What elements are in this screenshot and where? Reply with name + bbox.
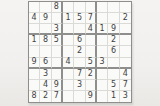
cell-r6c1: 9 — [29, 58, 40, 69]
cell-r9c8: 1 — [108, 91, 119, 102]
cell-r2c4: 1 — [63, 13, 74, 24]
cell-r4c1: 1 — [29, 35, 40, 46]
cell-r7c9: 4 — [120, 69, 131, 80]
cell-r9c4[interactable] — [63, 91, 74, 102]
cell-r8c1[interactable] — [29, 80, 40, 91]
cell-r7c2: 3 — [40, 69, 51, 80]
cell-r7c4[interactable] — [63, 69, 74, 80]
cell-r5c8: 6 — [108, 46, 119, 57]
cell-r5c3[interactable] — [52, 46, 63, 57]
cell-r5c2[interactable] — [40, 46, 51, 57]
cell-r8c2: 4 — [40, 80, 51, 91]
cell-r3c9[interactable] — [120, 24, 131, 35]
cell-r2c6: 7 — [86, 13, 97, 24]
cell-r3c5[interactable] — [74, 24, 85, 35]
cell-r2c7[interactable] — [97, 13, 108, 24]
sudoku-board: 84915723419185622696453372449357827913 — [28, 1, 132, 103]
cell-r8c7[interactable] — [97, 80, 108, 91]
cell-r5c5: 2 — [74, 46, 85, 57]
cell-r6c5[interactable] — [74, 58, 85, 69]
cell-r8c5: 3 — [74, 80, 85, 91]
cell-r6c3[interactable] — [52, 58, 63, 69]
cell-r3c4[interactable] — [63, 24, 74, 35]
page-background: 84915723419185622696453372449357827913 — [0, 0, 160, 106]
cell-r1c5[interactable] — [74, 2, 85, 13]
cell-r4c5: 6 — [74, 35, 85, 46]
cell-r4c3: 5 — [52, 35, 63, 46]
cell-r7c3[interactable] — [52, 69, 63, 80]
cell-r9c7[interactable] — [97, 91, 108, 102]
cell-r1c7[interactable] — [97, 2, 108, 13]
cell-r5c6[interactable] — [86, 46, 97, 57]
cell-r1c6[interactable] — [86, 2, 97, 13]
cell-r1c2[interactable] — [40, 2, 51, 13]
cell-r6c6: 5 — [86, 58, 97, 69]
cell-r6c2: 6 — [40, 58, 51, 69]
cell-r4c8: 2 — [108, 35, 119, 46]
cell-r8c9: 7 — [120, 80, 131, 91]
cell-r2c1: 4 — [29, 13, 40, 24]
cell-r6c7: 3 — [97, 58, 108, 69]
cell-r1c9[interactable] — [120, 2, 131, 13]
cell-r2c3[interactable] — [52, 13, 63, 24]
cell-r8c4[interactable] — [63, 80, 74, 91]
cell-r5c9[interactable] — [120, 46, 131, 57]
cell-r3c1[interactable] — [29, 24, 40, 35]
cell-r1c8[interactable] — [108, 2, 119, 13]
cell-r3c8: 9 — [108, 24, 119, 35]
cell-r3c6: 4 — [86, 24, 97, 35]
cell-r6c4: 4 — [63, 58, 74, 69]
cell-r5c7[interactable] — [97, 46, 108, 57]
cell-r3c7: 1 — [97, 24, 108, 35]
cell-r8c6[interactable] — [86, 80, 97, 91]
cell-r8c3: 9 — [52, 80, 63, 91]
cell-r6c8[interactable] — [108, 58, 119, 69]
cell-r7c5: 7 — [74, 69, 85, 80]
cell-r4c9[interactable] — [120, 35, 131, 46]
cell-r7c1[interactable] — [29, 69, 40, 80]
cell-r3c2[interactable] — [40, 24, 51, 35]
cell-r4c7[interactable] — [97, 35, 108, 46]
cell-r7c6: 2 — [86, 69, 97, 80]
cell-r9c3: 7 — [52, 91, 63, 102]
cell-r2c9: 2 — [120, 13, 131, 24]
cell-r9c1: 8 — [29, 91, 40, 102]
cell-r3c3: 3 — [52, 24, 63, 35]
cell-r2c2: 9 — [40, 13, 51, 24]
cell-r9c5[interactable] — [74, 91, 85, 102]
cell-r7c8[interactable] — [108, 69, 119, 80]
cell-r6c9[interactable] — [120, 58, 131, 69]
cell-r1c3: 8 — [52, 2, 63, 13]
cell-r9c9: 3 — [120, 91, 131, 102]
cell-r4c4[interactable] — [63, 35, 74, 46]
cell-r5c1[interactable] — [29, 46, 40, 57]
cell-r9c6: 9 — [86, 91, 97, 102]
cell-r5c4[interactable] — [63, 46, 74, 57]
cell-r2c5: 5 — [74, 13, 85, 24]
cell-r7c7[interactable] — [97, 69, 108, 80]
cell-r1c1[interactable] — [29, 2, 40, 13]
cell-r9c2: 2 — [40, 91, 51, 102]
cell-r4c6[interactable] — [86, 35, 97, 46]
cell-r4c2: 8 — [40, 35, 51, 46]
cell-r2c8[interactable] — [108, 13, 119, 24]
cell-r8c8: 5 — [108, 80, 119, 91]
cell-r1c4[interactable] — [63, 2, 74, 13]
